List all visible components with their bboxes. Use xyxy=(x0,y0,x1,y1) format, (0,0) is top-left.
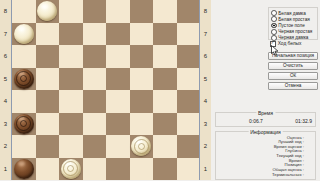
rank-label-7-left: 7 xyxy=(0,23,11,46)
rank-labels-left: 87654321 xyxy=(0,0,12,180)
square-b2[interactable] xyxy=(36,135,60,158)
square-g1[interactable] xyxy=(153,158,177,181)
square-d5[interactable] xyxy=(83,68,107,91)
square-h5[interactable] xyxy=(177,68,201,91)
square-f3[interactable] xyxy=(130,113,154,136)
radio-icon[interactable] xyxy=(271,16,277,22)
square-d6[interactable] xyxy=(83,45,107,68)
square-e7[interactable] xyxy=(106,23,130,46)
time-group: Время 0:06.7 01:32.9 xyxy=(215,112,316,127)
button-cancel[interactable]: Отмена xyxy=(268,82,318,90)
mouse-cursor xyxy=(271,42,279,53)
square-f6[interactable] xyxy=(130,45,154,68)
radio-label: Пустое поле xyxy=(278,23,304,28)
rank-label-5-right: 5 xyxy=(200,68,211,91)
square-b4[interactable] xyxy=(36,90,60,113)
rank-label-2-left: 2 xyxy=(0,135,11,158)
radio-icon[interactable] xyxy=(271,10,277,16)
square-d4[interactable] xyxy=(83,90,107,113)
square-a8[interactable] xyxy=(12,0,36,23)
rank-label-8-right: 8 xyxy=(200,0,211,23)
square-h1[interactable] xyxy=(177,158,201,181)
radio-label: Белая простая xyxy=(278,17,309,22)
square-c4[interactable] xyxy=(59,90,83,113)
piece-type-radio-group: Белая дамкаБелая простаяПустое полеЧерна… xyxy=(268,7,318,40)
square-d1[interactable] xyxy=(83,158,107,181)
radio-label: Белая дамка xyxy=(278,11,305,16)
checkbox-label: Ход белых xyxy=(278,41,302,46)
square-c8[interactable] xyxy=(59,0,83,23)
square-f1[interactable] xyxy=(130,158,154,181)
square-h8[interactable] xyxy=(177,0,201,23)
square-h3[interactable] xyxy=(177,113,201,136)
info-header: Информация xyxy=(248,129,283,135)
rank-label-8-left: 8 xyxy=(0,0,11,23)
square-b1[interactable] xyxy=(36,158,60,181)
time-header: Время xyxy=(256,110,275,116)
square-h7[interactable] xyxy=(177,23,201,46)
square-f7[interactable] xyxy=(130,23,154,46)
square-g6[interactable] xyxy=(153,45,177,68)
square-a2[interactable] xyxy=(12,135,36,158)
square-g5[interactable] xyxy=(153,68,177,91)
square-e2[interactable] xyxy=(106,135,130,158)
square-f4[interactable] xyxy=(130,90,154,113)
square-h6[interactable] xyxy=(177,45,201,68)
rank-label-6-left: 6 xyxy=(0,45,11,68)
black-time-value: 01:32.9 xyxy=(295,118,312,124)
square-d2[interactable] xyxy=(83,135,107,158)
button-clear[interactable]: Очистить xyxy=(268,62,318,70)
square-e6[interactable] xyxy=(106,45,130,68)
white-time-value: 0:06.7 xyxy=(249,118,263,124)
square-e3[interactable] xyxy=(106,113,130,136)
square-c3[interactable] xyxy=(59,113,83,136)
info-rows: Оценка :Лучший ход :Время оценки :Глубин… xyxy=(216,132,315,177)
board xyxy=(12,0,200,180)
square-h4[interactable] xyxy=(177,90,201,113)
square-a4[interactable] xyxy=(12,90,36,113)
white-man-a7[interactable] xyxy=(14,24,34,44)
radio-icon[interactable] xyxy=(271,23,277,29)
square-d8[interactable] xyxy=(83,0,107,23)
rank-label-6-right: 6 xyxy=(200,45,211,68)
white-king-c1[interactable] xyxy=(61,159,81,179)
square-b5[interactable] xyxy=(36,68,60,91)
button-ok[interactable]: ОК xyxy=(268,72,318,80)
square-c2[interactable] xyxy=(59,135,83,158)
info-row-8: Терминальных : xyxy=(216,173,304,178)
rank-label-3-right: 3 xyxy=(200,113,211,136)
square-e4[interactable] xyxy=(106,90,130,113)
rank-label-1-right: 1 xyxy=(200,158,211,181)
rank-label-7-right: 7 xyxy=(200,23,211,46)
radio-label: Черная простая xyxy=(278,29,312,34)
info-group: Информация Оценка :Лучший ход :Время оце… xyxy=(215,131,316,180)
rank-label-4-left: 4 xyxy=(0,90,11,113)
square-b3[interactable] xyxy=(36,113,60,136)
square-b7[interactable] xyxy=(36,23,60,46)
square-f5[interactable] xyxy=(130,68,154,91)
square-c5[interactable] xyxy=(59,68,83,91)
square-g7[interactable] xyxy=(153,23,177,46)
black-king-a5[interactable] xyxy=(14,69,34,89)
square-g3[interactable] xyxy=(153,113,177,136)
rank-label-5-left: 5 xyxy=(0,68,11,91)
king-ring-icon xyxy=(138,143,145,150)
square-f8[interactable] xyxy=(130,0,154,23)
square-g2[interactable] xyxy=(153,135,177,158)
rank-label-2-right: 2 xyxy=(200,135,211,158)
square-e1[interactable] xyxy=(106,158,130,181)
square-h2[interactable] xyxy=(177,135,201,158)
radio-icon[interactable] xyxy=(271,29,277,35)
side-panel: Белая дамкаБелая простаяПустое полеЧерна… xyxy=(211,0,320,180)
square-g8[interactable] xyxy=(153,0,177,23)
square-b6[interactable] xyxy=(36,45,60,68)
black-king-a3[interactable] xyxy=(14,114,34,134)
square-g4[interactable] xyxy=(153,90,177,113)
app-window: 87654321 87654321 Белая дамкаБелая прост… xyxy=(0,0,320,180)
square-e5[interactable] xyxy=(106,68,130,91)
black-man-a1[interactable] xyxy=(14,159,34,179)
rank-label-3-left: 3 xyxy=(0,113,11,136)
rank-label-4-right: 4 xyxy=(200,90,211,113)
square-a6[interactable] xyxy=(12,45,36,68)
rank-label-1-left: 1 xyxy=(0,158,11,181)
square-d7[interactable] xyxy=(83,23,107,46)
square-e8[interactable] xyxy=(106,0,130,23)
square-c7[interactable] xyxy=(59,23,83,46)
square-d3[interactable] xyxy=(83,113,107,136)
square-c6[interactable] xyxy=(59,45,83,68)
radio-option-3[interactable]: Черная простая xyxy=(269,29,317,35)
